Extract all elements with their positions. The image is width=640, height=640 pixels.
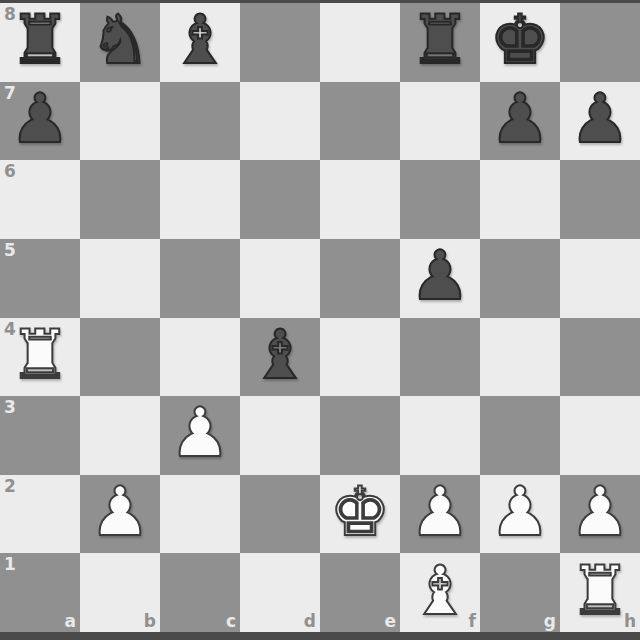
piece-black-rook[interactable]: ♜ [410,6,471,74]
square-h4[interactable] [560,318,640,397]
square-c5[interactable] [160,239,240,318]
piece-black-pawn[interactable]: ♟ [410,242,471,310]
square-a4[interactable]: 4♜ [0,318,80,397]
square-g8[interactable]: ♚ [480,3,560,82]
rank-label-1: 1 [4,556,16,573]
square-b7[interactable] [80,82,160,161]
square-b1[interactable]: b [80,553,160,632]
square-b6[interactable] [80,160,160,239]
square-c8[interactable]: ♝ [160,3,240,82]
square-e3[interactable] [320,396,400,475]
square-h5[interactable] [560,239,640,318]
square-h3[interactable] [560,396,640,475]
piece-black-rook[interactable]: ♜ [10,6,71,74]
square-c4[interactable] [160,318,240,397]
square-f8[interactable]: ♜ [400,3,480,82]
chess-board: 8♜♞♝♜♚7♟♟♟65♟4♜♝3♟2♟♚♟♟♟1abcdef♝gh♜ [0,3,640,632]
square-c3[interactable]: ♟ [160,396,240,475]
square-a3[interactable]: 3 [0,396,80,475]
square-d7[interactable] [240,82,320,161]
square-f4[interactable] [400,318,480,397]
square-f3[interactable] [400,396,480,475]
square-d8[interactable] [240,3,320,82]
square-b3[interactable] [80,396,160,475]
square-g7[interactable]: ♟ [480,82,560,161]
square-g3[interactable] [480,396,560,475]
piece-black-pawn[interactable]: ♟ [10,85,71,153]
square-g5[interactable] [480,239,560,318]
piece-black-pawn[interactable]: ♟ [570,85,631,153]
square-g4[interactable] [480,318,560,397]
square-e1[interactable]: e [320,553,400,632]
piece-white-pawn[interactable]: ♟ [570,478,631,546]
square-a8[interactable]: 8♜ [0,3,80,82]
piece-white-pawn[interactable]: ♟ [170,399,231,467]
file-label-d: d [304,613,316,630]
square-a6[interactable]: 6 [0,160,80,239]
square-h1[interactable]: h♜ [560,553,640,632]
file-label-c: c [226,613,236,630]
square-e2[interactable]: ♚ [320,475,400,554]
square-a1[interactable]: 1a [0,553,80,632]
square-h8[interactable] [560,3,640,82]
square-d1[interactable]: d [240,553,320,632]
square-c7[interactable] [160,82,240,161]
square-c2[interactable] [160,475,240,554]
file-label-e: e [384,613,396,630]
square-a7[interactable]: 7♟ [0,82,80,161]
rank-label-5: 5 [4,242,16,259]
square-f1[interactable]: f♝ [400,553,480,632]
piece-white-pawn[interactable]: ♟ [490,478,551,546]
square-g2[interactable]: ♟ [480,475,560,554]
rank-label-6: 6 [4,163,16,180]
file-label-a: a [65,613,76,630]
piece-white-bishop[interactable]: ♝ [410,557,471,625]
piece-white-king[interactable]: ♚ [330,478,391,546]
piece-white-pawn[interactable]: ♟ [90,478,151,546]
square-d5[interactable] [240,239,320,318]
page-background: 8♜♞♝♜♚7♟♟♟65♟4♜♝3♟2♟♚♟♟♟1abcdef♝gh♜ [0,0,640,640]
piece-white-rook[interactable]: ♜ [10,321,71,389]
rank-label-2: 2 [4,478,16,495]
square-f6[interactable] [400,160,480,239]
piece-black-pawn[interactable]: ♟ [490,85,551,153]
square-e4[interactable] [320,318,400,397]
square-d4[interactable]: ♝ [240,318,320,397]
file-label-g: g [544,613,556,630]
square-h2[interactable]: ♟ [560,475,640,554]
piece-black-bishop[interactable]: ♝ [250,321,311,389]
square-h6[interactable] [560,160,640,239]
square-b8[interactable]: ♞ [80,3,160,82]
piece-white-pawn[interactable]: ♟ [410,478,471,546]
square-d6[interactable] [240,160,320,239]
square-f2[interactable]: ♟ [400,475,480,554]
square-e5[interactable] [320,239,400,318]
square-f7[interactable] [400,82,480,161]
square-h7[interactable]: ♟ [560,82,640,161]
file-label-b: b [144,613,156,630]
piece-white-rook[interactable]: ♜ [570,557,631,625]
square-d2[interactable] [240,475,320,554]
square-g6[interactable] [480,160,560,239]
square-a5[interactable]: 5 [0,239,80,318]
square-d3[interactable] [240,396,320,475]
rank-label-3: 3 [4,399,16,416]
square-b2[interactable]: ♟ [80,475,160,554]
square-c6[interactable] [160,160,240,239]
piece-black-knight[interactable]: ♞ [90,6,151,74]
square-e8[interactable] [320,3,400,82]
square-b4[interactable] [80,318,160,397]
square-f5[interactable]: ♟ [400,239,480,318]
square-e7[interactable] [320,82,400,161]
square-e6[interactable] [320,160,400,239]
square-g1[interactable]: g [480,553,560,632]
piece-black-king[interactable]: ♚ [490,6,551,74]
square-a2[interactable]: 2 [0,475,80,554]
square-b5[interactable] [80,239,160,318]
piece-black-bishop[interactable]: ♝ [170,6,231,74]
square-c1[interactable]: c [160,553,240,632]
